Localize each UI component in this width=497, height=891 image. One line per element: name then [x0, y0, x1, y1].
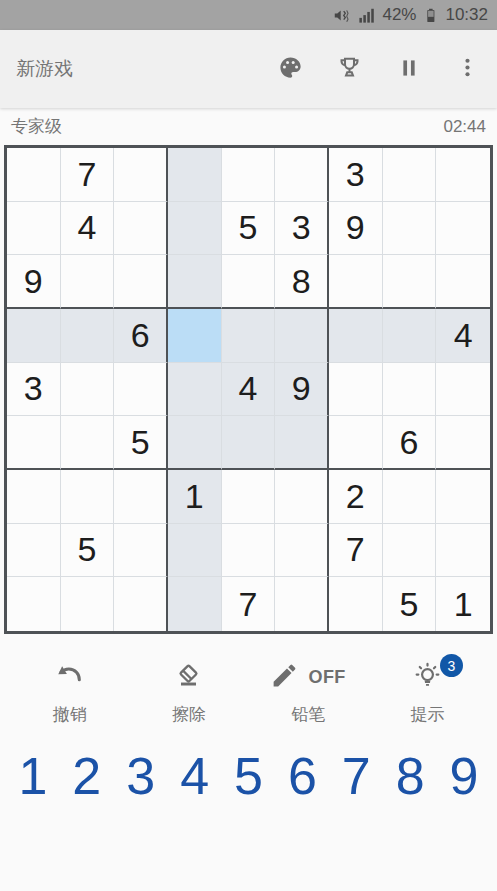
cell-r3c9[interactable] [436, 255, 490, 309]
cell-r4c2[interactable] [61, 309, 115, 363]
cell-r4c9[interactable]: 4 [436, 309, 490, 363]
cell-r5c1[interactable]: 3 [7, 363, 61, 417]
cell-r2c6[interactable]: 3 [275, 202, 329, 256]
difficulty-label: 专家级 [11, 115, 62, 138]
cell-r2c4[interactable] [168, 202, 222, 256]
cell-r4c4[interactable] [168, 309, 222, 363]
cell-r8c7[interactable]: 7 [329, 524, 383, 578]
cell-r1c1[interactable] [7, 148, 61, 202]
undo-label: 撤销 [53, 703, 87, 726]
hint-button[interactable]: 3 提示 [381, 661, 473, 726]
cell-r1c5[interactable] [222, 148, 276, 202]
cell-r8c1[interactable] [7, 524, 61, 578]
cell-r7c3[interactable] [114, 470, 168, 524]
pause-icon [396, 55, 422, 84]
cell-r3c5[interactable] [222, 255, 276, 309]
erase-button[interactable]: 擦除 [143, 661, 235, 726]
numpad-2[interactable]: 2 [60, 743, 114, 809]
undo-icon [54, 660, 85, 694]
cell-r5c5[interactable]: 4 [222, 363, 276, 417]
cell-r9c2[interactable] [61, 577, 115, 631]
leaderboard-trophy-button[interactable] [320, 44, 379, 94]
palette-icon [277, 54, 304, 84]
cell-r4c8[interactable] [383, 309, 437, 363]
cell-r9c4[interactable] [168, 577, 222, 631]
hint-bulb-icon [412, 660, 443, 694]
cell-r9c7[interactable] [329, 577, 383, 631]
cell-r8c9[interactable] [436, 524, 490, 578]
cell-r8c5[interactable] [222, 524, 276, 578]
cell-r6c9[interactable] [436, 416, 490, 470]
overflow-menu-icon [455, 55, 480, 83]
cell-r1c9[interactable] [436, 148, 490, 202]
numpad-6[interactable]: 6 [275, 743, 329, 809]
cell-r2c8[interactable] [383, 202, 437, 256]
cell-r8c8[interactable] [383, 524, 437, 578]
timer-text: 02:44 [443, 117, 486, 137]
battery-icon [422, 6, 439, 25]
control-bar: 撤销 擦除 OFF 铅笔 [0, 661, 497, 726]
cell-r2c7[interactable]: 9 [329, 202, 383, 256]
cell-r3c2[interactable] [61, 255, 115, 309]
pencil-state-text: OFF [308, 667, 346, 688]
numpad-3[interactable]: 3 [114, 743, 168, 809]
cell-r4c1[interactable] [7, 309, 61, 363]
cell-r9c3[interactable] [114, 577, 168, 631]
cell-r1c8[interactable] [383, 148, 437, 202]
numpad-5[interactable]: 5 [222, 743, 276, 809]
cell-r3c7[interactable] [329, 255, 383, 309]
cell-r3c1[interactable]: 9 [7, 255, 61, 309]
pencil-icon [270, 661, 299, 693]
cell-r7c1[interactable] [7, 470, 61, 524]
cell-r5c7[interactable] [329, 363, 383, 417]
page-title: 新游戏 [16, 56, 73, 82]
pencil-button[interactable]: OFF 铅笔 [262, 661, 354, 726]
cell-r1c3[interactable] [114, 148, 168, 202]
cell-r2c9[interactable] [436, 202, 490, 256]
theme-palette-button[interactable] [261, 44, 320, 94]
app-toolbar: 新游戏 [0, 30, 497, 108]
cell-r4c7[interactable] [329, 309, 383, 363]
undo-button[interactable]: 撤销 [24, 661, 116, 726]
cell-r4c5[interactable] [222, 309, 276, 363]
cell-r8c3[interactable] [114, 524, 168, 578]
numpad-9[interactable]: 9 [437, 743, 491, 809]
hint-label: 提示 [410, 703, 444, 726]
cell-r5c9[interactable] [436, 363, 490, 417]
cell-r2c3[interactable] [114, 202, 168, 256]
cell-r2c5[interactable]: 5 [222, 202, 276, 256]
numpad-1[interactable]: 1 [6, 743, 60, 809]
cell-r5c3[interactable] [114, 363, 168, 417]
cell-r7c8[interactable] [383, 470, 437, 524]
cell-r2c2[interactable]: 4 [61, 202, 115, 256]
sudoku-board: 7345399864349561257751 [4, 145, 493, 634]
cell-r8c6[interactable] [275, 524, 329, 578]
cell-r6c4[interactable] [168, 416, 222, 470]
cell-r6c1[interactable] [7, 416, 61, 470]
cell-r9c5[interactable]: 7 [222, 577, 276, 631]
cell-r3c4[interactable] [168, 255, 222, 309]
cell-r4c6[interactable] [275, 309, 329, 363]
signal-strength-icon [357, 6, 376, 25]
cell-r3c3[interactable] [114, 255, 168, 309]
cell-r9c9[interactable]: 1 [436, 577, 490, 631]
cell-r9c1[interactable] [7, 577, 61, 631]
cell-r6c2[interactable] [61, 416, 115, 470]
cell-r5c6[interactable]: 9 [275, 363, 329, 417]
cell-r1c2[interactable]: 7 [61, 148, 115, 202]
numpad-7[interactable]: 7 [329, 743, 383, 809]
numpad-8[interactable]: 8 [383, 743, 437, 809]
cell-r3c6[interactable]: 8 [275, 255, 329, 309]
overflow-menu-button[interactable] [438, 44, 497, 94]
cell-r9c8[interactable]: 5 [383, 577, 437, 631]
cell-r6c7[interactable] [329, 416, 383, 470]
pause-button[interactable] [379, 44, 438, 94]
cell-r1c4[interactable] [168, 148, 222, 202]
cell-r7c9[interactable] [436, 470, 490, 524]
cell-r2c1[interactable] [7, 202, 61, 256]
cell-r9c6[interactable] [275, 577, 329, 631]
cell-r8c2[interactable]: 5 [61, 524, 115, 578]
cell-r6c5[interactable] [222, 416, 276, 470]
game-info-bar: 专家级 02:44 [0, 108, 497, 145]
hint-count-badge: 3 [440, 654, 463, 677]
cell-r1c7[interactable]: 3 [329, 148, 383, 202]
cell-r7c2[interactable] [61, 470, 115, 524]
number-pad: 123456789 [0, 743, 497, 809]
cell-r1c6[interactable] [275, 148, 329, 202]
erase-label: 擦除 [172, 703, 206, 726]
cell-r6c6[interactable] [275, 416, 329, 470]
cell-r7c7[interactable]: 2 [329, 470, 383, 524]
cell-r5c8[interactable] [383, 363, 437, 417]
cell-r7c4[interactable]: 1 [168, 470, 222, 524]
numpad-4[interactable]: 4 [168, 743, 222, 809]
cell-r4c3[interactable]: 6 [114, 309, 168, 363]
cell-r5c2[interactable] [61, 363, 115, 417]
pencil-label: 铅笔 [291, 703, 325, 726]
cell-r5c4[interactable] [168, 363, 222, 417]
cell-r6c8[interactable]: 6 [383, 416, 437, 470]
cell-r7c5[interactable] [222, 470, 276, 524]
cell-r3c8[interactable] [383, 255, 437, 309]
cell-r6c3[interactable]: 5 [114, 416, 168, 470]
cell-r8c4[interactable] [168, 524, 222, 578]
status-bar: 42% 10:32 [0, 0, 497, 30]
eraser-icon [173, 660, 204, 694]
cell-r7c6[interactable] [275, 470, 329, 524]
vibrate-mute-icon [332, 6, 351, 25]
clock-text: 10:32 [445, 5, 488, 25]
battery-percent-text: 42% [382, 5, 416, 25]
trophy-icon [336, 54, 363, 84]
